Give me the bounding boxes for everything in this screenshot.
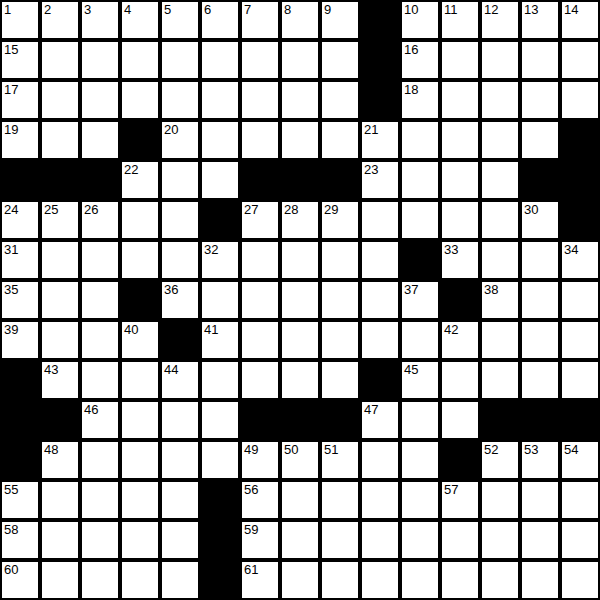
clue-number-2: 2: [44, 3, 51, 17]
cell-r6-c14[interactable]: 34: [560, 240, 600, 280]
cell-r5-c4[interactable]: [160, 200, 200, 240]
black-square-r4-c6: [240, 160, 280, 200]
cell-r11-c8[interactable]: 51: [320, 440, 360, 480]
cell-r10-c10[interactable]: [400, 400, 440, 440]
clue-number-40: 40: [124, 323, 138, 337]
cell-r6-c11[interactable]: 33: [440, 240, 480, 280]
cell-r7-c5[interactable]: [200, 280, 240, 320]
cell-r0-c1[interactable]: 2: [40, 0, 80, 40]
clue-number-51: 51: [324, 443, 338, 457]
clue-number-60: 60: [4, 563, 18, 577]
cell-r8-c8[interactable]: [320, 320, 360, 360]
cell-r0-c0[interactable]: 1: [0, 0, 40, 40]
cell-r5-c10[interactable]: [400, 200, 440, 240]
cell-r5-c12[interactable]: [480, 200, 520, 240]
cell-r0-c7[interactable]: 8: [280, 0, 320, 40]
cell-r1-c10[interactable]: 16: [400, 40, 440, 80]
cell-r2-c6[interactable]: [240, 80, 280, 120]
cell-r13-c1[interactable]: [40, 520, 80, 560]
clue-number-24: 24: [4, 203, 18, 217]
cell-r2-c7[interactable]: [280, 80, 320, 120]
clue-number-39: 39: [4, 323, 18, 337]
cell-r8-c10[interactable]: [400, 320, 440, 360]
clue-number-26: 26: [84, 203, 98, 217]
clue-number-13: 13: [524, 3, 538, 17]
cell-r2-c3[interactable]: [120, 80, 160, 120]
cell-r5-c1[interactable]: 25: [40, 200, 80, 240]
cell-r6-c0[interactable]: 31: [0, 240, 40, 280]
cell-r0-c6[interactable]: 7: [240, 0, 280, 40]
cell-r2-c10[interactable]: 18: [400, 80, 440, 120]
clue-number-27: 27: [244, 203, 258, 217]
cell-r7-c9[interactable]: [360, 280, 400, 320]
clue-number-3: 3: [84, 3, 91, 17]
cell-r9-c4[interactable]: 44: [160, 360, 200, 400]
black-square-r10-c8: [320, 400, 360, 440]
cell-r12-c1[interactable]: [40, 480, 80, 520]
clue-number-8: 8: [284, 3, 291, 17]
black-square-r12-c5: [200, 480, 240, 520]
cell-r3-c12[interactable]: [480, 120, 520, 160]
cell-r10-c9[interactable]: 47: [360, 400, 400, 440]
clue-number-49: 49: [244, 443, 258, 457]
cell-r10-c5[interactable]: [200, 400, 240, 440]
cell-r2-c5[interactable]: [200, 80, 240, 120]
cell-r9-c1[interactable]: 43: [40, 360, 80, 400]
cell-r4-c9[interactable]: 23: [360, 160, 400, 200]
clue-number-28: 28: [284, 203, 298, 217]
cell-r14-c12[interactable]: [480, 560, 520, 600]
clue-number-36: 36: [164, 283, 178, 297]
cell-r14-c9[interactable]: [360, 560, 400, 600]
cell-r13-c12[interactable]: [480, 520, 520, 560]
cell-r4-c4[interactable]: [160, 160, 200, 200]
clue-number-7: 7: [244, 3, 251, 17]
cell-r13-c10[interactable]: [400, 520, 440, 560]
clue-number-18: 18: [404, 83, 418, 97]
cell-r3-c4[interactable]: 20: [160, 120, 200, 160]
cell-r10-c2[interactable]: 46: [80, 400, 120, 440]
cell-r9-c5[interactable]: [200, 360, 240, 400]
cell-r1-c2[interactable]: [80, 40, 120, 80]
clue-number-41: 41: [204, 323, 218, 337]
cell-r3-c13[interactable]: [520, 120, 560, 160]
clue-number-14: 14: [564, 3, 578, 17]
cell-r11-c9[interactable]: [360, 440, 400, 480]
cell-r13-c9[interactable]: [360, 520, 400, 560]
cell-r7-c6[interactable]: [240, 280, 280, 320]
cell-r7-c8[interactable]: [320, 280, 360, 320]
cell-r1-c12[interactable]: [480, 40, 520, 80]
cell-r8-c14[interactable]: [560, 320, 600, 360]
cell-r5-c3[interactable]: [120, 200, 160, 240]
cell-r3-c1[interactable]: [40, 120, 80, 160]
cell-r4-c10[interactable]: [400, 160, 440, 200]
black-square-r4-c13: [520, 160, 560, 200]
cell-r14-c8[interactable]: [320, 560, 360, 600]
cell-r6-c3[interactable]: [120, 240, 160, 280]
cell-r3-c7[interactable]: [280, 120, 320, 160]
cell-r1-c7[interactable]: [280, 40, 320, 80]
clue-number-59: 59: [244, 523, 258, 537]
cell-r10-c4[interactable]: [160, 400, 200, 440]
cell-r0-c3[interactable]: 4: [120, 0, 160, 40]
black-square-r10-c0: [0, 400, 40, 440]
clue-number-56: 56: [244, 483, 258, 497]
cell-r14-c13[interactable]: [520, 560, 560, 600]
cell-r13-c6[interactable]: 59: [240, 520, 280, 560]
cell-r11-c2[interactable]: [80, 440, 120, 480]
cell-r6-c2[interactable]: [80, 240, 120, 280]
black-square-r5-c14: [560, 200, 600, 240]
cell-r14-c0[interactable]: 60: [0, 560, 40, 600]
cell-r4-c11[interactable]: [440, 160, 480, 200]
cell-r12-c6[interactable]: 56: [240, 480, 280, 520]
cell-r12-c9[interactable]: [360, 480, 400, 520]
cell-r8-c12[interactable]: [480, 320, 520, 360]
cell-r0-c10[interactable]: 10: [400, 0, 440, 40]
cell-r8-c11[interactable]: 42: [440, 320, 480, 360]
cell-r5-c7[interactable]: 28: [280, 200, 320, 240]
cell-r8-c9[interactable]: [360, 320, 400, 360]
cell-r8-c2[interactable]: [80, 320, 120, 360]
black-square-r0-c9: [360, 0, 400, 40]
cell-r9-c2[interactable]: [80, 360, 120, 400]
cell-r7-c4[interactable]: 36: [160, 280, 200, 320]
black-square-r1-c9: [360, 40, 400, 80]
cell-r9-c8[interactable]: [320, 360, 360, 400]
cell-r0-c2[interactable]: 3: [80, 0, 120, 40]
black-square-r4-c8: [320, 160, 360, 200]
clue-number-1: 1: [4, 3, 11, 17]
cell-r14-c3[interactable]: [120, 560, 160, 600]
crossword-board: 1234567891011121314151617181920212223242…: [0, 0, 600, 600]
cell-r0-c5[interactable]: 6: [200, 0, 240, 40]
clue-number-33: 33: [444, 243, 458, 257]
cell-r14-c6[interactable]: 61: [240, 560, 280, 600]
clue-number-5: 5: [164, 3, 171, 17]
clue-number-61: 61: [244, 563, 258, 577]
clue-number-29: 29: [324, 203, 338, 217]
cell-r9-c11[interactable]: [440, 360, 480, 400]
cell-r12-c10[interactable]: [400, 480, 440, 520]
clue-number-25: 25: [44, 203, 58, 217]
cell-r9-c14[interactable]: [560, 360, 600, 400]
clue-number-34: 34: [564, 243, 578, 257]
cell-r6-c12[interactable]: [480, 240, 520, 280]
cell-r0-c11[interactable]: 11: [440, 0, 480, 40]
cell-r2-c13[interactable]: [520, 80, 560, 120]
clue-number-53: 53: [524, 443, 538, 457]
cell-r3-c11[interactable]: [440, 120, 480, 160]
cell-r2-c4[interactable]: [160, 80, 200, 120]
cell-r9-c10[interactable]: 45: [400, 360, 440, 400]
cell-r8-c1[interactable]: [40, 320, 80, 360]
cell-r6-c9[interactable]: [360, 240, 400, 280]
clue-number-21: 21: [364, 123, 378, 137]
cell-r11-c4[interactable]: [160, 440, 200, 480]
clue-number-38: 38: [484, 283, 498, 297]
cell-r3-c8[interactable]: [320, 120, 360, 160]
cell-r3-c10[interactable]: [400, 120, 440, 160]
cell-r4-c5[interactable]: [200, 160, 240, 200]
cell-r11-c10[interactable]: [400, 440, 440, 480]
cell-r11-c14[interactable]: 54: [560, 440, 600, 480]
black-square-r10-c1: [40, 400, 80, 440]
cell-r10-c3[interactable]: [120, 400, 160, 440]
black-square-r7-c3: [120, 280, 160, 320]
cell-r2-c12[interactable]: [480, 80, 520, 120]
cell-r14-c10[interactable]: [400, 560, 440, 600]
cell-r13-c14[interactable]: [560, 520, 600, 560]
cell-r1-c8[interactable]: [320, 40, 360, 80]
cell-r4-c12[interactable]: [480, 160, 520, 200]
cell-r2-c1[interactable]: [40, 80, 80, 120]
cell-r12-c7[interactable]: [280, 480, 320, 520]
black-square-r14-c5: [200, 560, 240, 600]
cell-r7-c0[interactable]: 35: [0, 280, 40, 320]
cell-r5-c0[interactable]: 24: [0, 200, 40, 240]
black-square-r9-c9: [360, 360, 400, 400]
cell-r11-c7[interactable]: 50: [280, 440, 320, 480]
cell-r8-c13[interactable]: [520, 320, 560, 360]
black-square-r11-c11: [440, 440, 480, 480]
cell-r13-c8[interactable]: [320, 520, 360, 560]
clue-number-37: 37: [404, 283, 418, 297]
cell-r3-c9[interactable]: 21: [360, 120, 400, 160]
cell-r11-c3[interactable]: [120, 440, 160, 480]
cell-r3-c6[interactable]: [240, 120, 280, 160]
clue-number-30: 30: [524, 203, 538, 217]
cell-r6-c1[interactable]: [40, 240, 80, 280]
cell-r12-c2[interactable]: [80, 480, 120, 520]
black-square-r4-c1: [40, 160, 80, 200]
cell-r14-c7[interactable]: [280, 560, 320, 600]
clue-number-9: 9: [324, 3, 331, 17]
cell-r0-c13[interactable]: 13: [520, 0, 560, 40]
cell-r0-c4[interactable]: 5: [160, 0, 200, 40]
cell-r1-c6[interactable]: [240, 40, 280, 80]
clue-number-10: 10: [404, 3, 418, 17]
cell-r8-c7[interactable]: [280, 320, 320, 360]
clue-number-46: 46: [84, 403, 98, 417]
clue-number-44: 44: [164, 363, 178, 377]
cell-r2-c8[interactable]: [320, 80, 360, 120]
clue-number-52: 52: [484, 443, 498, 457]
cell-r3-c2[interactable]: [80, 120, 120, 160]
cell-r13-c13[interactable]: [520, 520, 560, 560]
clue-number-6: 6: [204, 3, 211, 17]
cell-r6-c8[interactable]: [320, 240, 360, 280]
cell-r12-c0[interactable]: 55: [0, 480, 40, 520]
cell-r8-c5[interactable]: 41: [200, 320, 240, 360]
clue-number-35: 35: [4, 283, 18, 297]
cell-r8-c6[interactable]: [240, 320, 280, 360]
black-square-r10-c7: [280, 400, 320, 440]
clue-number-43: 43: [44, 363, 58, 377]
cell-r5-c13[interactable]: 30: [520, 200, 560, 240]
cell-r13-c0[interactable]: 58: [0, 520, 40, 560]
cell-r13-c7[interactable]: [280, 520, 320, 560]
clue-number-42: 42: [444, 323, 458, 337]
cell-r7-c7[interactable]: [280, 280, 320, 320]
cell-r2-c0[interactable]: 17: [0, 80, 40, 120]
cell-r1-c3[interactable]: [120, 40, 160, 80]
cell-r13-c11[interactable]: [440, 520, 480, 560]
cell-r3-c0[interactable]: 19: [0, 120, 40, 160]
clue-number-57: 57: [444, 483, 458, 497]
cell-r12-c14[interactable]: [560, 480, 600, 520]
cell-r11-c1[interactable]: 48: [40, 440, 80, 480]
cell-r0-c8[interactable]: 9: [320, 0, 360, 40]
clue-number-16: 16: [404, 43, 418, 57]
cell-r6-c7[interactable]: [280, 240, 320, 280]
black-square-r10-c13: [520, 400, 560, 440]
cell-r10-c11[interactable]: [440, 400, 480, 440]
black-square-r4-c0: [0, 160, 40, 200]
cell-r14-c4[interactable]: [160, 560, 200, 600]
cell-r1-c5[interactable]: [200, 40, 240, 80]
cell-r11-c13[interactable]: 53: [520, 440, 560, 480]
cell-r7-c13[interactable]: [520, 280, 560, 320]
black-square-r4-c7: [280, 160, 320, 200]
cell-r1-c1[interactable]: [40, 40, 80, 80]
clue-number-32: 32: [204, 243, 218, 257]
cell-r2-c14[interactable]: [560, 80, 600, 120]
cell-r1-c0[interactable]: 15: [0, 40, 40, 80]
cell-r0-c12[interactable]: 12: [480, 0, 520, 40]
cell-r7-c10[interactable]: 37: [400, 280, 440, 320]
cell-r1-c14[interactable]: [560, 40, 600, 80]
cell-r7-c12[interactable]: 38: [480, 280, 520, 320]
black-square-r9-c0: [0, 360, 40, 400]
cell-r6-c5[interactable]: 32: [200, 240, 240, 280]
cell-r6-c6[interactable]: [240, 240, 280, 280]
black-square-r6-c10: [400, 240, 440, 280]
clue-number-58: 58: [4, 523, 18, 537]
clue-number-47: 47: [364, 403, 378, 417]
cell-r12-c3[interactable]: [120, 480, 160, 520]
clue-number-20: 20: [164, 123, 178, 137]
cell-r5-c8[interactable]: 29: [320, 200, 360, 240]
black-square-r7-c11: [440, 280, 480, 320]
clue-number-22: 22: [124, 163, 138, 177]
cell-r6-c13[interactable]: [520, 240, 560, 280]
cell-r3-c5[interactable]: [200, 120, 240, 160]
cell-r0-c14[interactable]: 14: [560, 0, 600, 40]
cell-r5-c9[interactable]: [360, 200, 400, 240]
cell-r6-c4[interactable]: [160, 240, 200, 280]
cell-r5-c6[interactable]: 27: [240, 200, 280, 240]
clue-number-17: 17: [4, 83, 18, 97]
black-square-r13-c5: [200, 520, 240, 560]
cell-r1-c13[interactable]: [520, 40, 560, 80]
clue-number-45: 45: [404, 363, 418, 377]
cell-r9-c6[interactable]: [240, 360, 280, 400]
cell-r13-c4[interactable]: [160, 520, 200, 560]
cell-r11-c12[interactable]: 52: [480, 440, 520, 480]
cell-r8-c0[interactable]: 39: [0, 320, 40, 360]
cell-r9-c12[interactable]: [480, 360, 520, 400]
cell-r12-c4[interactable]: [160, 480, 200, 520]
cell-r14-c14[interactable]: [560, 560, 600, 600]
black-square-r3-c3: [120, 120, 160, 160]
black-square-r10-c6: [240, 400, 280, 440]
black-square-r10-c12: [480, 400, 520, 440]
cell-r5-c2[interactable]: 26: [80, 200, 120, 240]
clue-number-4: 4: [124, 3, 131, 17]
black-square-r2-c9: [360, 80, 400, 120]
clue-number-12: 12: [484, 3, 498, 17]
cell-r14-c1[interactable]: [40, 560, 80, 600]
cell-r7-c1[interactable]: [40, 280, 80, 320]
clue-number-11: 11: [444, 3, 458, 17]
cell-r4-c3[interactable]: 22: [120, 160, 160, 200]
cell-r1-c4[interactable]: [160, 40, 200, 80]
black-square-r11-c0: [0, 440, 40, 480]
cell-r7-c2[interactable]: [80, 280, 120, 320]
black-square-r4-c2: [80, 160, 120, 200]
cell-r14-c11[interactable]: [440, 560, 480, 600]
black-square-r8-c4: [160, 320, 200, 360]
black-square-r4-c14: [560, 160, 600, 200]
cell-r12-c8[interactable]: [320, 480, 360, 520]
clue-number-48: 48: [44, 443, 58, 457]
cell-r7-c14[interactable]: [560, 280, 600, 320]
cell-r1-c11[interactable]: [440, 40, 480, 80]
cell-r9-c3[interactable]: [120, 360, 160, 400]
cell-r13-c3[interactable]: [120, 520, 160, 560]
cell-r12-c12[interactable]: [480, 480, 520, 520]
cell-r9-c7[interactable]: [280, 360, 320, 400]
cell-r9-c13[interactable]: [520, 360, 560, 400]
black-square-r10-c14: [560, 400, 600, 440]
cell-r11-c6[interactable]: 49: [240, 440, 280, 480]
clue-number-50: 50: [284, 443, 298, 457]
cell-r11-c5[interactable]: [200, 440, 240, 480]
cell-r2-c11[interactable]: [440, 80, 480, 120]
clue-number-15: 15: [4, 43, 18, 57]
cell-r2-c2[interactable]: [80, 80, 120, 120]
cell-r12-c13[interactable]: [520, 480, 560, 520]
cell-r14-c2[interactable]: [80, 560, 120, 600]
cell-r13-c2[interactable]: [80, 520, 120, 560]
clue-number-55: 55: [4, 483, 18, 497]
black-square-r3-c14: [560, 120, 600, 160]
clue-number-31: 31: [4, 243, 18, 257]
clue-number-19: 19: [4, 123, 18, 137]
cell-r8-c3[interactable]: 40: [120, 320, 160, 360]
cell-r12-c11[interactable]: 57: [440, 480, 480, 520]
clue-number-23: 23: [364, 163, 378, 177]
clue-number-54: 54: [564, 443, 578, 457]
black-square-r5-c5: [200, 200, 240, 240]
cell-r5-c11[interactable]: [440, 200, 480, 240]
